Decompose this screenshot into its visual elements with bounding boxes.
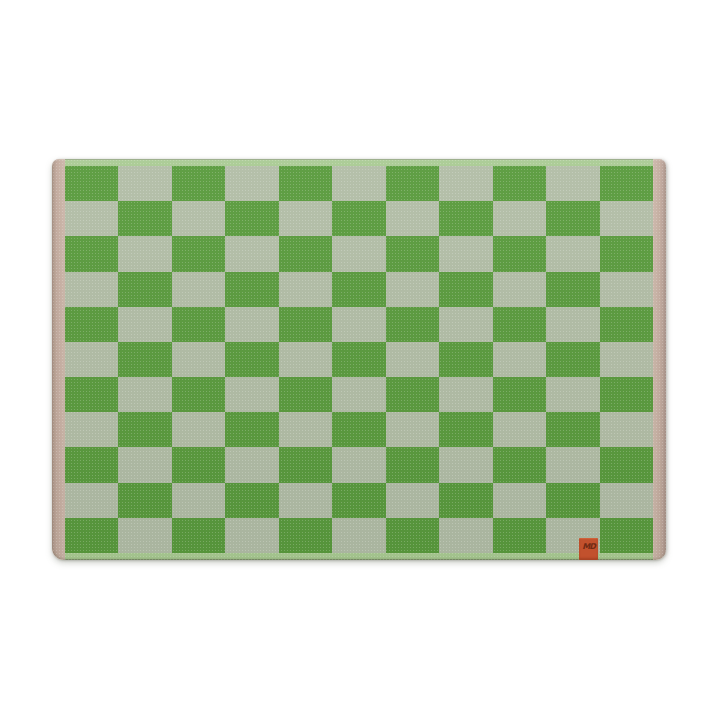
board-cell	[386, 166, 439, 201]
board-cell	[600, 377, 653, 412]
board-cell	[279, 342, 332, 377]
board-cell	[332, 342, 385, 377]
board-cell	[493, 272, 546, 307]
board-cell	[546, 447, 599, 482]
board-cell	[279, 307, 332, 342]
board-cell	[439, 307, 492, 342]
board-cell	[493, 377, 546, 412]
board-cell	[332, 483, 385, 518]
board-cell	[386, 201, 439, 236]
board-cell	[279, 483, 332, 518]
towel-center-panel	[65, 159, 653, 560]
towel-bottom-hem	[65, 553, 653, 560]
board-cell	[118, 447, 171, 482]
board-cell	[386, 272, 439, 307]
towel: MD	[52, 159, 666, 560]
board-cell	[386, 236, 439, 271]
board-cell	[439, 201, 492, 236]
board-cell	[225, 518, 278, 553]
board-cell	[332, 236, 385, 271]
board-cell	[600, 412, 653, 447]
board-cell	[439, 483, 492, 518]
brand-logo-text: MD	[582, 543, 595, 551]
board-cell	[546, 342, 599, 377]
board-cell	[225, 412, 278, 447]
board-cell	[279, 201, 332, 236]
board-cell	[332, 412, 385, 447]
board-cell	[493, 412, 546, 447]
board-cell	[65, 307, 118, 342]
board-cell	[118, 412, 171, 447]
board-cell	[386, 307, 439, 342]
board-cell	[332, 166, 385, 201]
board-cell	[65, 377, 118, 412]
board-cell	[118, 307, 171, 342]
towel-top-hem	[65, 159, 653, 166]
board-cell	[386, 377, 439, 412]
board-cell	[493, 518, 546, 553]
board-cell	[172, 342, 225, 377]
board-cell	[279, 272, 332, 307]
board-cell	[546, 272, 599, 307]
board-cell	[172, 272, 225, 307]
board-cell	[279, 447, 332, 482]
board-cell	[118, 201, 171, 236]
board-cell	[546, 236, 599, 271]
board-cell	[172, 307, 225, 342]
board-cell	[172, 166, 225, 201]
board-cell	[172, 201, 225, 236]
board-cell	[493, 483, 546, 518]
board-cell	[118, 483, 171, 518]
board-cell	[172, 236, 225, 271]
checkerboard-grid	[65, 166, 653, 553]
board-cell	[493, 166, 546, 201]
board-cell	[118, 342, 171, 377]
board-cell	[225, 447, 278, 482]
board-cell	[600, 166, 653, 201]
board-cell	[279, 377, 332, 412]
board-cell	[118, 377, 171, 412]
board-cell	[65, 412, 118, 447]
board-cell	[600, 201, 653, 236]
board-cell	[439, 447, 492, 482]
board-cell	[172, 412, 225, 447]
board-cell	[493, 447, 546, 482]
board-cell	[439, 236, 492, 271]
board-cell	[172, 447, 225, 482]
board-cell	[332, 307, 385, 342]
board-cell	[279, 166, 332, 201]
board-cell	[279, 236, 332, 271]
board-cell	[118, 272, 171, 307]
towel-right-selvedge-edge	[653, 159, 666, 560]
towel-product-photo: MD	[0, 0, 720, 720]
board-cell	[225, 236, 278, 271]
board-cell	[493, 342, 546, 377]
board-cell	[493, 307, 546, 342]
board-cell	[546, 483, 599, 518]
board-cell	[65, 201, 118, 236]
board-cell	[546, 377, 599, 412]
board-cell	[118, 518, 171, 553]
board-cell	[439, 377, 492, 412]
board-cell	[600, 518, 653, 553]
board-cell	[386, 483, 439, 518]
board-cell	[546, 201, 599, 236]
board-cell	[493, 201, 546, 236]
board-cell	[386, 342, 439, 377]
board-cell	[493, 236, 546, 271]
board-cell	[225, 201, 278, 236]
board-cell	[600, 447, 653, 482]
board-cell	[332, 377, 385, 412]
board-cell	[546, 166, 599, 201]
board-cell	[225, 307, 278, 342]
board-cell	[600, 236, 653, 271]
board-cell	[225, 483, 278, 518]
board-cell	[172, 377, 225, 412]
board-cell	[546, 307, 599, 342]
board-cell	[225, 342, 278, 377]
board-cell	[439, 272, 492, 307]
board-cell	[65, 483, 118, 518]
board-cell	[439, 518, 492, 553]
board-cell	[225, 377, 278, 412]
board-cell	[172, 518, 225, 553]
board-cell	[65, 166, 118, 201]
board-cell	[600, 342, 653, 377]
board-cell	[386, 518, 439, 553]
board-cell	[65, 447, 118, 482]
board-cell	[332, 201, 385, 236]
board-cell	[65, 518, 118, 553]
board-cell	[600, 307, 653, 342]
board-cell	[65, 272, 118, 307]
board-cell	[65, 342, 118, 377]
board-cell	[439, 166, 492, 201]
board-cell	[172, 483, 225, 518]
board-cell	[439, 342, 492, 377]
board-cell	[118, 236, 171, 271]
board-cell	[439, 412, 492, 447]
board-cell	[546, 412, 599, 447]
towel-left-selvedge-edge	[52, 159, 65, 560]
board-cell	[65, 236, 118, 271]
board-cell	[332, 447, 385, 482]
board-cell	[600, 272, 653, 307]
board-cell	[386, 447, 439, 482]
board-cell	[332, 272, 385, 307]
board-cell	[386, 412, 439, 447]
board-cell	[225, 272, 278, 307]
board-cell	[600, 483, 653, 518]
board-cell	[118, 166, 171, 201]
board-cell	[225, 166, 278, 201]
board-cell	[279, 518, 332, 553]
board-cell	[332, 518, 385, 553]
board-cell	[279, 412, 332, 447]
brand-logo-tag: MD	[579, 538, 598, 560]
